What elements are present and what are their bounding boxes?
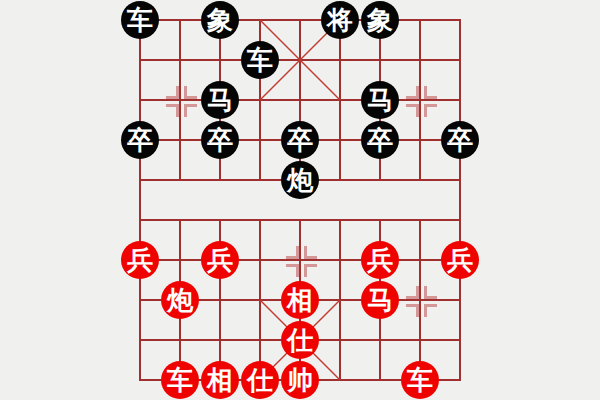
piece-red-chariot[interactable]: 车 xyxy=(161,361,199,399)
piece-red-general[interactable]: 帅 xyxy=(281,361,319,399)
piece-red-advisor[interactable]: 仕 xyxy=(281,321,319,359)
piece-red-soldier[interactable]: 兵 xyxy=(121,241,159,279)
piece-red-advisor[interactable]: 仕 xyxy=(241,361,279,399)
piece-black-horse[interactable]: 马 xyxy=(361,81,399,119)
piece-black-soldier[interactable]: 卒 xyxy=(281,121,319,159)
piece-red-elephant[interactable]: 相 xyxy=(201,361,239,399)
piece-red-horse[interactable]: 马 xyxy=(361,281,399,319)
piece-black-chariot[interactable]: 车 xyxy=(241,41,279,79)
piece-black-soldier[interactable]: 卒 xyxy=(121,121,159,159)
piece-red-soldier[interactable]: 兵 xyxy=(201,241,239,279)
xiangqi-screenshot: 车象将象车马马卒卒卒卒卒炮兵兵兵兵炮相马仕车相仕帅车 xyxy=(0,0,600,400)
piece-red-chariot[interactable]: 车 xyxy=(401,361,439,399)
piece-black-cannon[interactable]: 炮 xyxy=(281,161,319,199)
piece-black-elephant[interactable]: 象 xyxy=(201,1,239,39)
piece-red-soldier[interactable]: 兵 xyxy=(441,241,479,279)
piece-black-soldier[interactable]: 卒 xyxy=(441,121,479,159)
piece-red-soldier[interactable]: 兵 xyxy=(361,241,399,279)
piece-black-soldier[interactable]: 卒 xyxy=(361,121,399,159)
piece-black-elephant[interactable]: 象 xyxy=(361,1,399,39)
xiangqi-board[interactable]: 车象将象车马马卒卒卒卒卒炮兵兵兵兵炮相马仕车相仕帅车 xyxy=(0,0,600,400)
piece-black-soldier[interactable]: 卒 xyxy=(201,121,239,159)
piece-red-elephant[interactable]: 相 xyxy=(281,281,319,319)
piece-black-general[interactable]: 将 xyxy=(321,1,359,39)
piece-red-cannon[interactable]: 炮 xyxy=(161,281,199,319)
piece-black-chariot[interactable]: 车 xyxy=(121,1,159,39)
piece-black-horse[interactable]: 马 xyxy=(201,81,239,119)
